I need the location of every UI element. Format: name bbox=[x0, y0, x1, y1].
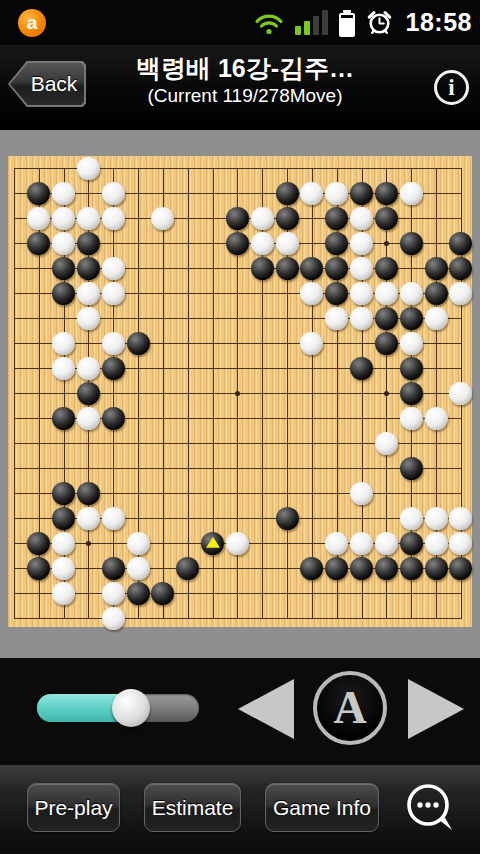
white-stone bbox=[350, 307, 373, 330]
star-point bbox=[86, 541, 91, 546]
black-stone bbox=[176, 557, 199, 580]
previous-move-button[interactable] bbox=[238, 679, 294, 739]
white-stone bbox=[300, 182, 323, 205]
black-stone bbox=[325, 232, 348, 255]
black-stone bbox=[425, 282, 448, 305]
black-stone bbox=[127, 582, 150, 605]
control-bar: A bbox=[0, 658, 480, 765]
white-stone bbox=[52, 207, 75, 230]
auto-play-label: A bbox=[333, 685, 366, 731]
black-stone bbox=[449, 557, 472, 580]
app-logo-icon: a bbox=[18, 9, 46, 37]
black-stone bbox=[27, 182, 50, 205]
black-stone bbox=[325, 257, 348, 280]
pre-play-button[interactable]: Pre-play bbox=[27, 783, 120, 832]
black-stone bbox=[276, 507, 299, 530]
black-stone bbox=[77, 482, 100, 505]
black-stone bbox=[27, 232, 50, 255]
game-info-button[interactable]: Game Info bbox=[265, 783, 379, 832]
black-stone bbox=[77, 382, 100, 405]
white-stone bbox=[375, 532, 398, 555]
info-icon: i bbox=[448, 76, 454, 99]
black-stone bbox=[449, 232, 472, 255]
white-stone bbox=[102, 582, 125, 605]
white-stone bbox=[350, 207, 373, 230]
black-stone bbox=[52, 282, 75, 305]
black-stone bbox=[251, 257, 274, 280]
black-stone bbox=[52, 257, 75, 280]
white-stone bbox=[400, 507, 423, 530]
white-stone bbox=[77, 207, 100, 230]
white-stone bbox=[400, 282, 423, 305]
title-bar: Back 백령배 16강-김주… (Current 119/278Move) i bbox=[0, 45, 480, 130]
alarm-clock-icon bbox=[366, 9, 393, 36]
white-stone bbox=[77, 307, 100, 330]
white-stone bbox=[127, 557, 150, 580]
white-stone bbox=[77, 357, 100, 380]
white-stone bbox=[251, 232, 274, 255]
next-move-button[interactable] bbox=[408, 679, 464, 739]
white-stone bbox=[300, 282, 323, 305]
white-stone bbox=[27, 207, 50, 230]
white-stone bbox=[350, 257, 373, 280]
white-stone bbox=[251, 207, 274, 230]
black-stone bbox=[400, 307, 423, 330]
black-stone bbox=[375, 182, 398, 205]
black-stone bbox=[201, 532, 224, 555]
white-stone bbox=[350, 532, 373, 555]
white-stone bbox=[425, 407, 448, 430]
white-stone bbox=[375, 432, 398, 455]
black-stone bbox=[325, 207, 348, 230]
black-stone bbox=[375, 332, 398, 355]
chat-button[interactable] bbox=[402, 780, 458, 836]
white-stone bbox=[52, 232, 75, 255]
white-stone bbox=[127, 532, 150, 555]
white-stone bbox=[52, 532, 75, 555]
white-stone bbox=[350, 482, 373, 505]
black-stone bbox=[77, 257, 100, 280]
white-stone bbox=[102, 207, 125, 230]
black-stone bbox=[375, 257, 398, 280]
white-stone bbox=[425, 532, 448, 555]
black-stone bbox=[27, 532, 50, 555]
app-screen: a 18:58 bbox=[0, 0, 480, 854]
black-stone bbox=[350, 557, 373, 580]
white-stone bbox=[449, 507, 472, 530]
white-stone bbox=[350, 282, 373, 305]
move-slider-thumb[interactable] bbox=[112, 689, 150, 727]
clock-time: 18:58 bbox=[406, 8, 472, 37]
white-stone bbox=[52, 557, 75, 580]
black-stone bbox=[375, 557, 398, 580]
black-stone bbox=[52, 482, 75, 505]
black-stone bbox=[325, 282, 348, 305]
white-stone bbox=[102, 282, 125, 305]
white-stone bbox=[102, 332, 125, 355]
white-stone bbox=[77, 407, 100, 430]
white-stone bbox=[102, 507, 125, 530]
black-stone bbox=[276, 182, 299, 205]
black-stone bbox=[400, 557, 423, 580]
white-stone bbox=[77, 157, 100, 180]
white-stone bbox=[449, 282, 472, 305]
go-board[interactable] bbox=[8, 156, 472, 627]
black-stone bbox=[52, 407, 75, 430]
black-stone bbox=[102, 557, 125, 580]
black-stone bbox=[400, 382, 423, 405]
last-move-marker bbox=[206, 537, 220, 548]
info-button[interactable]: i bbox=[434, 70, 469, 105]
black-stone bbox=[226, 232, 249, 255]
white-stone bbox=[52, 582, 75, 605]
black-stone bbox=[425, 257, 448, 280]
white-stone bbox=[77, 282, 100, 305]
battery-icon bbox=[339, 10, 355, 37]
black-stone bbox=[350, 357, 373, 380]
black-stone bbox=[102, 357, 125, 380]
wifi-icon bbox=[254, 10, 284, 35]
black-stone bbox=[400, 357, 423, 380]
black-stone bbox=[276, 207, 299, 230]
board-section bbox=[0, 130, 480, 658]
game-title: 백령배 16강-김주… bbox=[70, 52, 420, 85]
white-stone bbox=[325, 532, 348, 555]
black-stone bbox=[127, 332, 150, 355]
star-point bbox=[384, 391, 389, 396]
white-stone bbox=[400, 182, 423, 205]
back-button-label: Back bbox=[17, 72, 78, 96]
black-stone bbox=[400, 532, 423, 555]
white-stone bbox=[375, 282, 398, 305]
white-stone bbox=[425, 507, 448, 530]
star-point bbox=[235, 391, 240, 396]
black-stone bbox=[27, 557, 50, 580]
white-stone bbox=[300, 332, 323, 355]
white-stone bbox=[52, 182, 75, 205]
black-stone bbox=[300, 557, 323, 580]
auto-play-button[interactable]: A bbox=[313, 671, 387, 745]
star-point bbox=[384, 241, 389, 246]
signal-strength-icon bbox=[295, 10, 328, 35]
black-stone bbox=[400, 457, 423, 480]
black-stone bbox=[226, 207, 249, 230]
white-stone bbox=[77, 507, 100, 530]
white-stone bbox=[325, 182, 348, 205]
black-stone bbox=[449, 257, 472, 280]
white-stone bbox=[400, 407, 423, 430]
black-stone bbox=[52, 507, 75, 530]
black-stone bbox=[77, 232, 100, 255]
move-counter: (Current 119/278Move) bbox=[70, 85, 420, 107]
white-stone bbox=[325, 307, 348, 330]
white-stone bbox=[449, 382, 472, 405]
white-stone bbox=[276, 232, 299, 255]
white-stone bbox=[102, 257, 125, 280]
app-logo-letter: a bbox=[27, 13, 38, 32]
white-stone bbox=[102, 182, 125, 205]
bottom-bar: Pre-play Estimate Game Info bbox=[0, 765, 480, 854]
move-slider-fill bbox=[37, 694, 122, 722]
black-stone bbox=[375, 207, 398, 230]
move-slider[interactable] bbox=[37, 694, 199, 722]
black-stone bbox=[276, 257, 299, 280]
status-bar: a 18:58 bbox=[0, 0, 480, 45]
black-stone bbox=[375, 307, 398, 330]
white-stone bbox=[400, 332, 423, 355]
black-stone bbox=[325, 557, 348, 580]
white-stone bbox=[449, 532, 472, 555]
white-stone bbox=[425, 307, 448, 330]
white-stone bbox=[226, 532, 249, 555]
white-stone bbox=[52, 357, 75, 380]
black-stone bbox=[400, 232, 423, 255]
black-stone bbox=[151, 582, 174, 605]
black-stone bbox=[300, 257, 323, 280]
white-stone bbox=[350, 232, 373, 255]
black-stone bbox=[102, 407, 125, 430]
black-stone bbox=[425, 557, 448, 580]
black-stone bbox=[350, 182, 373, 205]
white-stone bbox=[151, 207, 174, 230]
white-stone bbox=[102, 607, 125, 630]
estimate-button[interactable]: Estimate bbox=[144, 783, 241, 832]
white-stone bbox=[52, 332, 75, 355]
